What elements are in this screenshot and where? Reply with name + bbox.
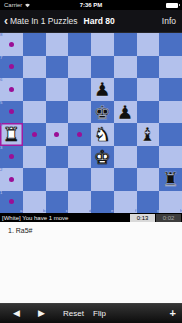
page-title: Hard 80	[84, 16, 115, 26]
square-d6[interactable]	[68, 78, 91, 101]
back-button[interactable]: ‹ Mate In 1 Puzzles	[4, 16, 78, 26]
add-button[interactable]: +	[170, 304, 176, 323]
square-a1[interactable]: 1a	[0, 191, 23, 214]
square-c8[interactable]	[46, 33, 69, 56]
square-b2[interactable]	[23, 168, 46, 191]
square-e1[interactable]: e	[91, 191, 114, 214]
square-g8[interactable]	[137, 33, 160, 56]
square-c6[interactable]	[46, 78, 69, 101]
square-b6[interactable]	[23, 78, 46, 101]
rank-label-7: 7	[0, 56, 2, 60]
square-d1[interactable]: d	[68, 191, 91, 214]
legal-move-dot[interactable]	[9, 64, 14, 69]
rank-label-5: 5	[0, 101, 2, 105]
square-a6[interactable]: 6	[0, 78, 23, 101]
square-f1[interactable]: f	[114, 191, 137, 214]
square-h3[interactable]	[159, 146, 182, 169]
square-b5[interactable]	[23, 101, 46, 124]
legal-move-dot[interactable]	[32, 132, 37, 137]
square-h6[interactable]	[159, 78, 182, 101]
legal-move-dot[interactable]	[54, 132, 59, 137]
previous-move-button[interactable]: ◀	[13, 304, 20, 323]
square-b4[interactable]	[23, 123, 46, 146]
info-button[interactable]: Info	[162, 16, 176, 26]
square-d5[interactable]	[68, 101, 91, 124]
white-rook[interactable]: ♜	[0, 123, 23, 146]
reset-button[interactable]: Reset	[63, 304, 84, 323]
square-g5[interactable]	[137, 101, 160, 124]
rank-label-3: 3	[0, 146, 2, 150]
square-a5[interactable]: 5	[0, 101, 23, 124]
bottom-toolbar: ◀ ▶ Reset Flip +	[0, 303, 182, 323]
square-g1[interactable]: g	[137, 191, 160, 214]
square-e7[interactable]	[91, 56, 114, 79]
square-h2[interactable]: ♜	[159, 168, 182, 191]
clock-time: 7:36 PM	[0, 2, 182, 8]
square-e8[interactable]	[91, 33, 114, 56]
square-c1[interactable]: c	[46, 191, 69, 214]
game-status-strip: [White] You have 1 move 0:13 0:02	[0, 213, 182, 222]
square-f3[interactable]	[114, 146, 137, 169]
square-c5[interactable]	[46, 101, 69, 124]
black-pawn[interactable]: ♟	[114, 101, 137, 124]
black-king[interactable]: ♚	[91, 101, 114, 124]
black-rook[interactable]: ♜	[159, 168, 182, 191]
square-e6[interactable]: ♟	[91, 78, 114, 101]
flip-button[interactable]: Flip	[93, 304, 106, 323]
square-h8[interactable]	[159, 33, 182, 56]
white-king[interactable]: ♚	[91, 146, 114, 169]
black-pawn[interactable]: ♟	[91, 78, 114, 101]
square-g4[interactable]: ♝	[137, 123, 160, 146]
square-a4[interactable]: 4♜	[0, 123, 23, 146]
square-h1[interactable]: h	[159, 191, 182, 214]
rank-label-2: 2	[0, 168, 2, 172]
back-button-label: Mate In 1 Puzzles	[10, 16, 78, 26]
square-b1[interactable]: b	[23, 191, 46, 214]
legal-move-dot[interactable]	[9, 109, 14, 114]
square-g2[interactable]	[137, 168, 160, 191]
move-list-panel: 1. Ra5#	[0, 222, 182, 303]
rank-label-6: 6	[0, 78, 2, 82]
square-e2[interactable]	[91, 168, 114, 191]
square-d3[interactable]	[68, 146, 91, 169]
square-a3[interactable]: 3	[0, 146, 23, 169]
square-g6[interactable]	[137, 78, 160, 101]
square-f2[interactable]	[114, 168, 137, 191]
turn-message: [White] You have 1 move	[2, 215, 68, 221]
square-c7[interactable]	[46, 56, 69, 79]
square-d2[interactable]	[68, 168, 91, 191]
rank-label-8: 8	[0, 33, 2, 37]
legal-move-dot[interactable]	[9, 87, 14, 92]
square-f8[interactable]	[114, 33, 137, 56]
square-f5[interactable]: ♟	[114, 101, 137, 124]
rank-label-1: 1	[0, 191, 2, 195]
square-e5[interactable]: ♚	[91, 101, 114, 124]
legal-move-dot[interactable]	[9, 42, 14, 47]
square-f7[interactable]	[114, 56, 137, 79]
legal-move-dot[interactable]	[9, 154, 14, 159]
battery-icon	[166, 3, 178, 8]
square-e4[interactable]: ♞	[91, 123, 114, 146]
square-a8[interactable]: 8	[0, 33, 23, 56]
back-chevron-icon: ‹	[4, 16, 8, 26]
navigation-bar: ‹ Mate In 1 Puzzles Hard 80 Info	[0, 10, 182, 33]
legal-move-dot[interactable]	[9, 199, 14, 204]
square-b7[interactable]	[23, 56, 46, 79]
black-bishop[interactable]: ♝	[137, 123, 160, 146]
square-f6[interactable]	[114, 78, 137, 101]
square-e3[interactable]: ♚	[91, 146, 114, 169]
legal-move-dot[interactable]	[77, 132, 82, 137]
square-a2[interactable]: 2	[0, 168, 23, 191]
square-b3[interactable]	[23, 146, 46, 169]
square-c2[interactable]	[46, 168, 69, 191]
app-screen: Carrier 7:36 PM ‹ Mate In 1 Puzzles Hard…	[0, 0, 182, 323]
square-f4[interactable]	[114, 123, 137, 146]
legal-move-dot[interactable]	[9, 177, 14, 182]
square-c3[interactable]	[46, 146, 69, 169]
square-b8[interactable]	[23, 33, 46, 56]
chess-board: 876♟5♚♟4♜♞♝3♚2♜1abcdefgh	[0, 33, 182, 213]
square-h7[interactable]	[159, 56, 182, 79]
square-d8[interactable]	[68, 33, 91, 56]
white-knight[interactable]: ♞	[91, 123, 114, 146]
white-clock: 0:13	[130, 214, 155, 222]
square-a7[interactable]: 7	[0, 56, 23, 79]
square-d7[interactable]	[68, 56, 91, 79]
rank-label-4: 4	[0, 123, 2, 127]
next-move-button[interactable]: ▶	[38, 304, 45, 323]
square-g7[interactable]	[137, 56, 160, 79]
square-d4[interactable]	[68, 123, 91, 146]
square-c4[interactable]	[46, 123, 69, 146]
move-text: 1. Ra5#	[8, 227, 33, 234]
status-bar: Carrier 7:36 PM	[0, 0, 182, 10]
square-h4[interactable]	[159, 123, 182, 146]
square-h5[interactable]	[159, 101, 182, 124]
square-g3[interactable]	[137, 146, 160, 169]
black-clock: 0:02	[156, 214, 181, 222]
